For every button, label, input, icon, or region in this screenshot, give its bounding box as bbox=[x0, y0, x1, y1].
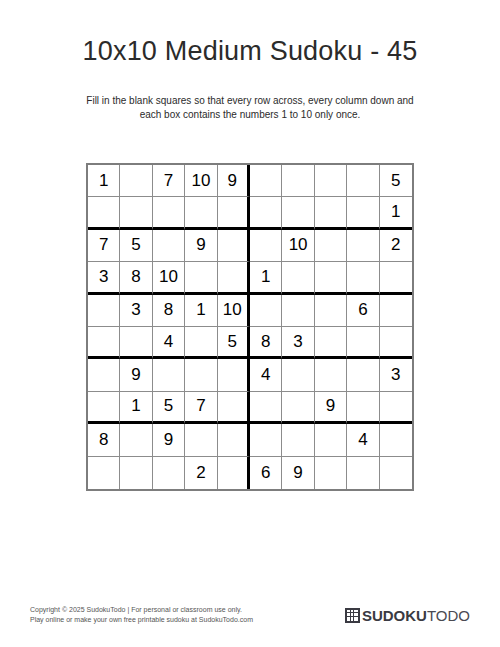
cell-r2c10: 1 bbox=[380, 197, 412, 229]
cell-r6c6: 8 bbox=[250, 327, 282, 359]
cell-r1c5: 9 bbox=[218, 165, 250, 197]
cell-r9c8[interactable] bbox=[315, 424, 347, 456]
cell-r6c5: 5 bbox=[218, 327, 250, 359]
cell-r5c10[interactable] bbox=[380, 295, 412, 327]
cell-r9c7[interactable] bbox=[282, 424, 314, 456]
cell-r1c8[interactable] bbox=[315, 165, 347, 197]
cell-r6c1[interactable] bbox=[88, 327, 120, 359]
cell-r1c4: 10 bbox=[185, 165, 217, 197]
cell-r4c10[interactable] bbox=[380, 262, 412, 294]
cell-r7c4[interactable] bbox=[185, 359, 217, 391]
cell-r7c6: 4 bbox=[250, 359, 282, 391]
cell-r4c7[interactable] bbox=[282, 262, 314, 294]
cell-r3c1: 7 bbox=[88, 230, 120, 262]
copyright-line: Copyright © 2025 SudokuTodo | For person… bbox=[30, 605, 253, 615]
cell-r4c1: 3 bbox=[88, 262, 120, 294]
cell-r7c9[interactable] bbox=[347, 359, 379, 391]
cell-r7c5[interactable] bbox=[218, 359, 250, 391]
cell-r10c7: 9 bbox=[282, 457, 314, 489]
sudoku-grid-icon bbox=[345, 608, 360, 623]
cell-r8c3: 5 bbox=[153, 392, 185, 424]
cell-r1c2[interactable] bbox=[120, 165, 152, 197]
cell-r2c1[interactable] bbox=[88, 197, 120, 229]
cell-r2c7[interactable] bbox=[282, 197, 314, 229]
cell-r9c3: 9 bbox=[153, 424, 185, 456]
cell-r10c1[interactable] bbox=[88, 457, 120, 489]
cell-r5c4: 1 bbox=[185, 295, 217, 327]
cell-r8c2: 1 bbox=[120, 392, 152, 424]
cell-r10c6: 6 bbox=[250, 457, 282, 489]
cell-r9c5[interactable] bbox=[218, 424, 250, 456]
cell-r4c5[interactable] bbox=[218, 262, 250, 294]
cell-r3c4: 9 bbox=[185, 230, 217, 262]
cell-r3c8[interactable] bbox=[315, 230, 347, 262]
cell-r3c2: 5 bbox=[120, 230, 152, 262]
cell-r9c1: 8 bbox=[88, 424, 120, 456]
cell-r3c5[interactable] bbox=[218, 230, 250, 262]
cell-r9c9: 4 bbox=[347, 424, 379, 456]
cell-r7c2: 9 bbox=[120, 359, 152, 391]
cell-r4c8[interactable] bbox=[315, 262, 347, 294]
page-title: 10x10 Medium Sudoku - 45 bbox=[0, 36, 500, 67]
cell-r2c3[interactable] bbox=[153, 197, 185, 229]
cell-r2c5[interactable] bbox=[218, 197, 250, 229]
cell-r4c9[interactable] bbox=[347, 262, 379, 294]
cell-r10c5[interactable] bbox=[218, 457, 250, 489]
cell-r9c2[interactable] bbox=[120, 424, 152, 456]
cell-r2c9[interactable] bbox=[347, 197, 379, 229]
cell-r3c7: 10 bbox=[282, 230, 314, 262]
cell-r7c8[interactable] bbox=[315, 359, 347, 391]
cell-r10c4: 2 bbox=[185, 457, 217, 489]
cell-r6c7: 3 bbox=[282, 327, 314, 359]
cell-r10c9[interactable] bbox=[347, 457, 379, 489]
cell-r7c3[interactable] bbox=[153, 359, 185, 391]
cell-r7c7[interactable] bbox=[282, 359, 314, 391]
cell-r8c8: 9 bbox=[315, 392, 347, 424]
cell-r7c10: 3 bbox=[380, 359, 412, 391]
cell-r3c9[interactable] bbox=[347, 230, 379, 262]
cell-r8c10[interactable] bbox=[380, 392, 412, 424]
sudokutodo-logo: SUDOKUTODO bbox=[345, 607, 470, 624]
cell-r8c1[interactable] bbox=[88, 392, 120, 424]
cell-r6c8[interactable] bbox=[315, 327, 347, 359]
cell-r8c6[interactable] bbox=[250, 392, 282, 424]
cell-r1c9[interactable] bbox=[347, 165, 379, 197]
cell-r5c5: 10 bbox=[218, 295, 250, 327]
cell-r10c3[interactable] bbox=[153, 457, 185, 489]
cell-r10c8[interactable] bbox=[315, 457, 347, 489]
cell-r3c6[interactable] bbox=[250, 230, 282, 262]
cell-r5c9: 6 bbox=[347, 295, 379, 327]
cell-r6c3: 4 bbox=[153, 327, 185, 359]
logo-text: SUDOKUTODO bbox=[362, 607, 470, 624]
cell-r9c10[interactable] bbox=[380, 424, 412, 456]
logo-word-todo: TODO bbox=[427, 607, 470, 624]
puzzle-instructions: Fill in the blank squares so that every … bbox=[0, 94, 500, 122]
cell-r1c3: 7 bbox=[153, 165, 185, 197]
cell-r2c2[interactable] bbox=[120, 197, 152, 229]
cell-r2c4[interactable] bbox=[185, 197, 217, 229]
cell-r1c6[interactable] bbox=[250, 165, 282, 197]
cell-r4c6: 1 bbox=[250, 262, 282, 294]
cell-r7c1[interactable] bbox=[88, 359, 120, 391]
cell-r6c4[interactable] bbox=[185, 327, 217, 359]
cell-r1c10: 5 bbox=[380, 165, 412, 197]
instructions-line-2: each box contains the numbers 1 to 10 on… bbox=[140, 109, 361, 120]
logo-word-sudoku: SUDOKU bbox=[362, 607, 427, 624]
cell-r2c8[interactable] bbox=[315, 197, 347, 229]
cell-r6c9[interactable] bbox=[347, 327, 379, 359]
cell-r8c5[interactable] bbox=[218, 392, 250, 424]
promo-line: Play online or make your own free printa… bbox=[30, 615, 253, 625]
cell-r4c2: 8 bbox=[120, 262, 152, 294]
cell-r6c2[interactable] bbox=[120, 327, 152, 359]
cell-r9c6[interactable] bbox=[250, 424, 282, 456]
cell-r4c3: 10 bbox=[153, 262, 185, 294]
cell-r10c2[interactable] bbox=[120, 457, 152, 489]
cell-r3c10: 2 bbox=[380, 230, 412, 262]
cell-r2c6[interactable] bbox=[250, 197, 282, 229]
cell-r1c7[interactable] bbox=[282, 165, 314, 197]
cell-r1c1: 1 bbox=[88, 165, 120, 197]
cell-r5c7[interactable] bbox=[282, 295, 314, 327]
cell-r6c10[interactable] bbox=[380, 327, 412, 359]
footer: Copyright © 2025 SudokuTodo | For person… bbox=[30, 605, 470, 625]
cell-r3c3[interactable] bbox=[153, 230, 185, 262]
cell-r10c10[interactable] bbox=[380, 457, 412, 489]
cell-r4c4[interactable] bbox=[185, 262, 217, 294]
cell-r5c2: 3 bbox=[120, 295, 152, 327]
cell-r8c9[interactable] bbox=[347, 392, 379, 424]
cell-r5c6[interactable] bbox=[250, 295, 282, 327]
cell-r5c1[interactable] bbox=[88, 295, 120, 327]
cell-r8c7[interactable] bbox=[282, 392, 314, 424]
instructions-line-1: Fill in the blank squares so that every … bbox=[86, 95, 413, 106]
cell-r8c4: 7 bbox=[185, 392, 217, 424]
footer-text: Copyright © 2025 SudokuTodo | For person… bbox=[30, 605, 253, 625]
cell-r5c3: 8 bbox=[153, 295, 185, 327]
cell-r9c4[interactable] bbox=[185, 424, 217, 456]
cell-r5c8[interactable] bbox=[315, 295, 347, 327]
sudoku-grid: 1710951759102381013811064583943157989426… bbox=[86, 163, 414, 491]
